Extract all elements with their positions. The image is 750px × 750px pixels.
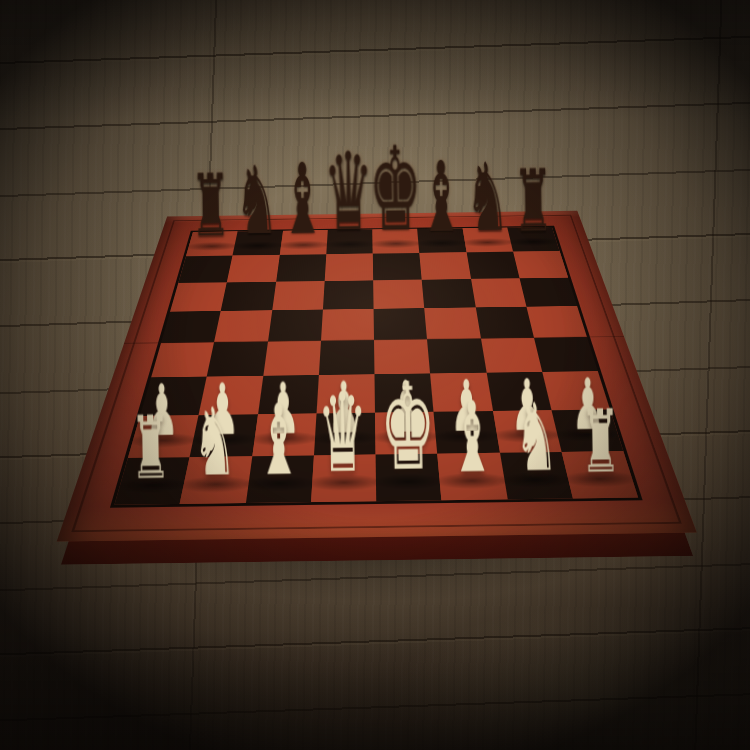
square-c1[interactable]: ♝ <box>245 455 313 503</box>
square-c5[interactable] <box>268 309 323 341</box>
white-bishop-c1[interactable]: ♝ <box>256 391 302 489</box>
square-d5[interactable] <box>321 309 374 341</box>
square-d1[interactable]: ♛ <box>311 454 376 502</box>
square-e6[interactable] <box>373 279 424 308</box>
black-queen-d8[interactable]: ♛ <box>323 139 374 247</box>
white-rook-h1[interactable]: ♜ <box>580 398 621 485</box>
square-f8[interactable]: ♝ <box>417 228 466 253</box>
black-rook-h8[interactable]: ♜ <box>513 158 554 245</box>
square-a6[interactable] <box>170 282 227 311</box>
black-knight-g8[interactable]: ♞ <box>465 151 510 246</box>
white-knight-b1[interactable]: ♞ <box>192 396 237 490</box>
square-b5[interactable] <box>214 310 272 342</box>
black-bishop-c8[interactable]: ♝ <box>280 151 326 248</box>
white-knight-g1[interactable]: ♞ <box>514 391 559 485</box>
white-rook-a1[interactable]: ♜ <box>129 404 170 491</box>
square-e5[interactable] <box>374 308 428 340</box>
square-h5[interactable] <box>526 306 587 338</box>
white-bishop-f1[interactable]: ♝ <box>449 388 495 486</box>
square-g6[interactable] <box>471 278 527 307</box>
square-e7[interactable] <box>373 253 422 280</box>
black-king-e8[interactable]: ♚ <box>367 130 422 246</box>
white-king-e1[interactable]: ♚ <box>379 367 436 488</box>
square-d7[interactable] <box>324 254 373 281</box>
square-e1[interactable]: ♚ <box>376 453 442 501</box>
square-b8[interactable]: ♞ <box>233 231 283 256</box>
square-c7[interactable] <box>276 254 326 281</box>
photo-scene: ♜♞♝♛♚♝♞♜♟♟♟♟♟♟♟♟♜♞♝♛♚♝♞♜ <box>0 0 750 750</box>
square-g5[interactable] <box>475 307 533 339</box>
chess-board: ♜♞♝♛♚♝♞♜♟♟♟♟♟♟♟♟♜♞♝♛♚♝♞♜ <box>57 211 697 542</box>
square-b7[interactable] <box>227 255 279 282</box>
board-grid: ♜♞♝♛♚♝♞♜♟♟♟♟♟♟♟♟♜♞♝♛♚♝♞♜ <box>110 226 643 508</box>
black-rook-a8[interactable]: ♜ <box>190 163 231 250</box>
board-frame: ♜♞♝♛♚♝♞♜♟♟♟♟♟♟♟♟♜♞♝♛♚♝♞♜ <box>57 211 697 542</box>
black-knight-b8[interactable]: ♞ <box>234 154 279 249</box>
square-g8[interactable]: ♞ <box>462 228 513 253</box>
square-h6[interactable] <box>519 277 577 306</box>
square-h8[interactable]: ♜ <box>507 227 560 252</box>
white-queen-d1[interactable]: ♛ <box>317 379 369 488</box>
square-a7[interactable] <box>178 256 232 283</box>
square-a5[interactable] <box>161 311 221 343</box>
square-f5[interactable] <box>424 307 480 339</box>
square-f6[interactable] <box>422 279 475 308</box>
square-h1[interactable]: ♜ <box>561 451 638 499</box>
black-bishop-f8[interactable]: ♝ <box>418 149 464 246</box>
square-f7[interactable] <box>420 252 471 279</box>
